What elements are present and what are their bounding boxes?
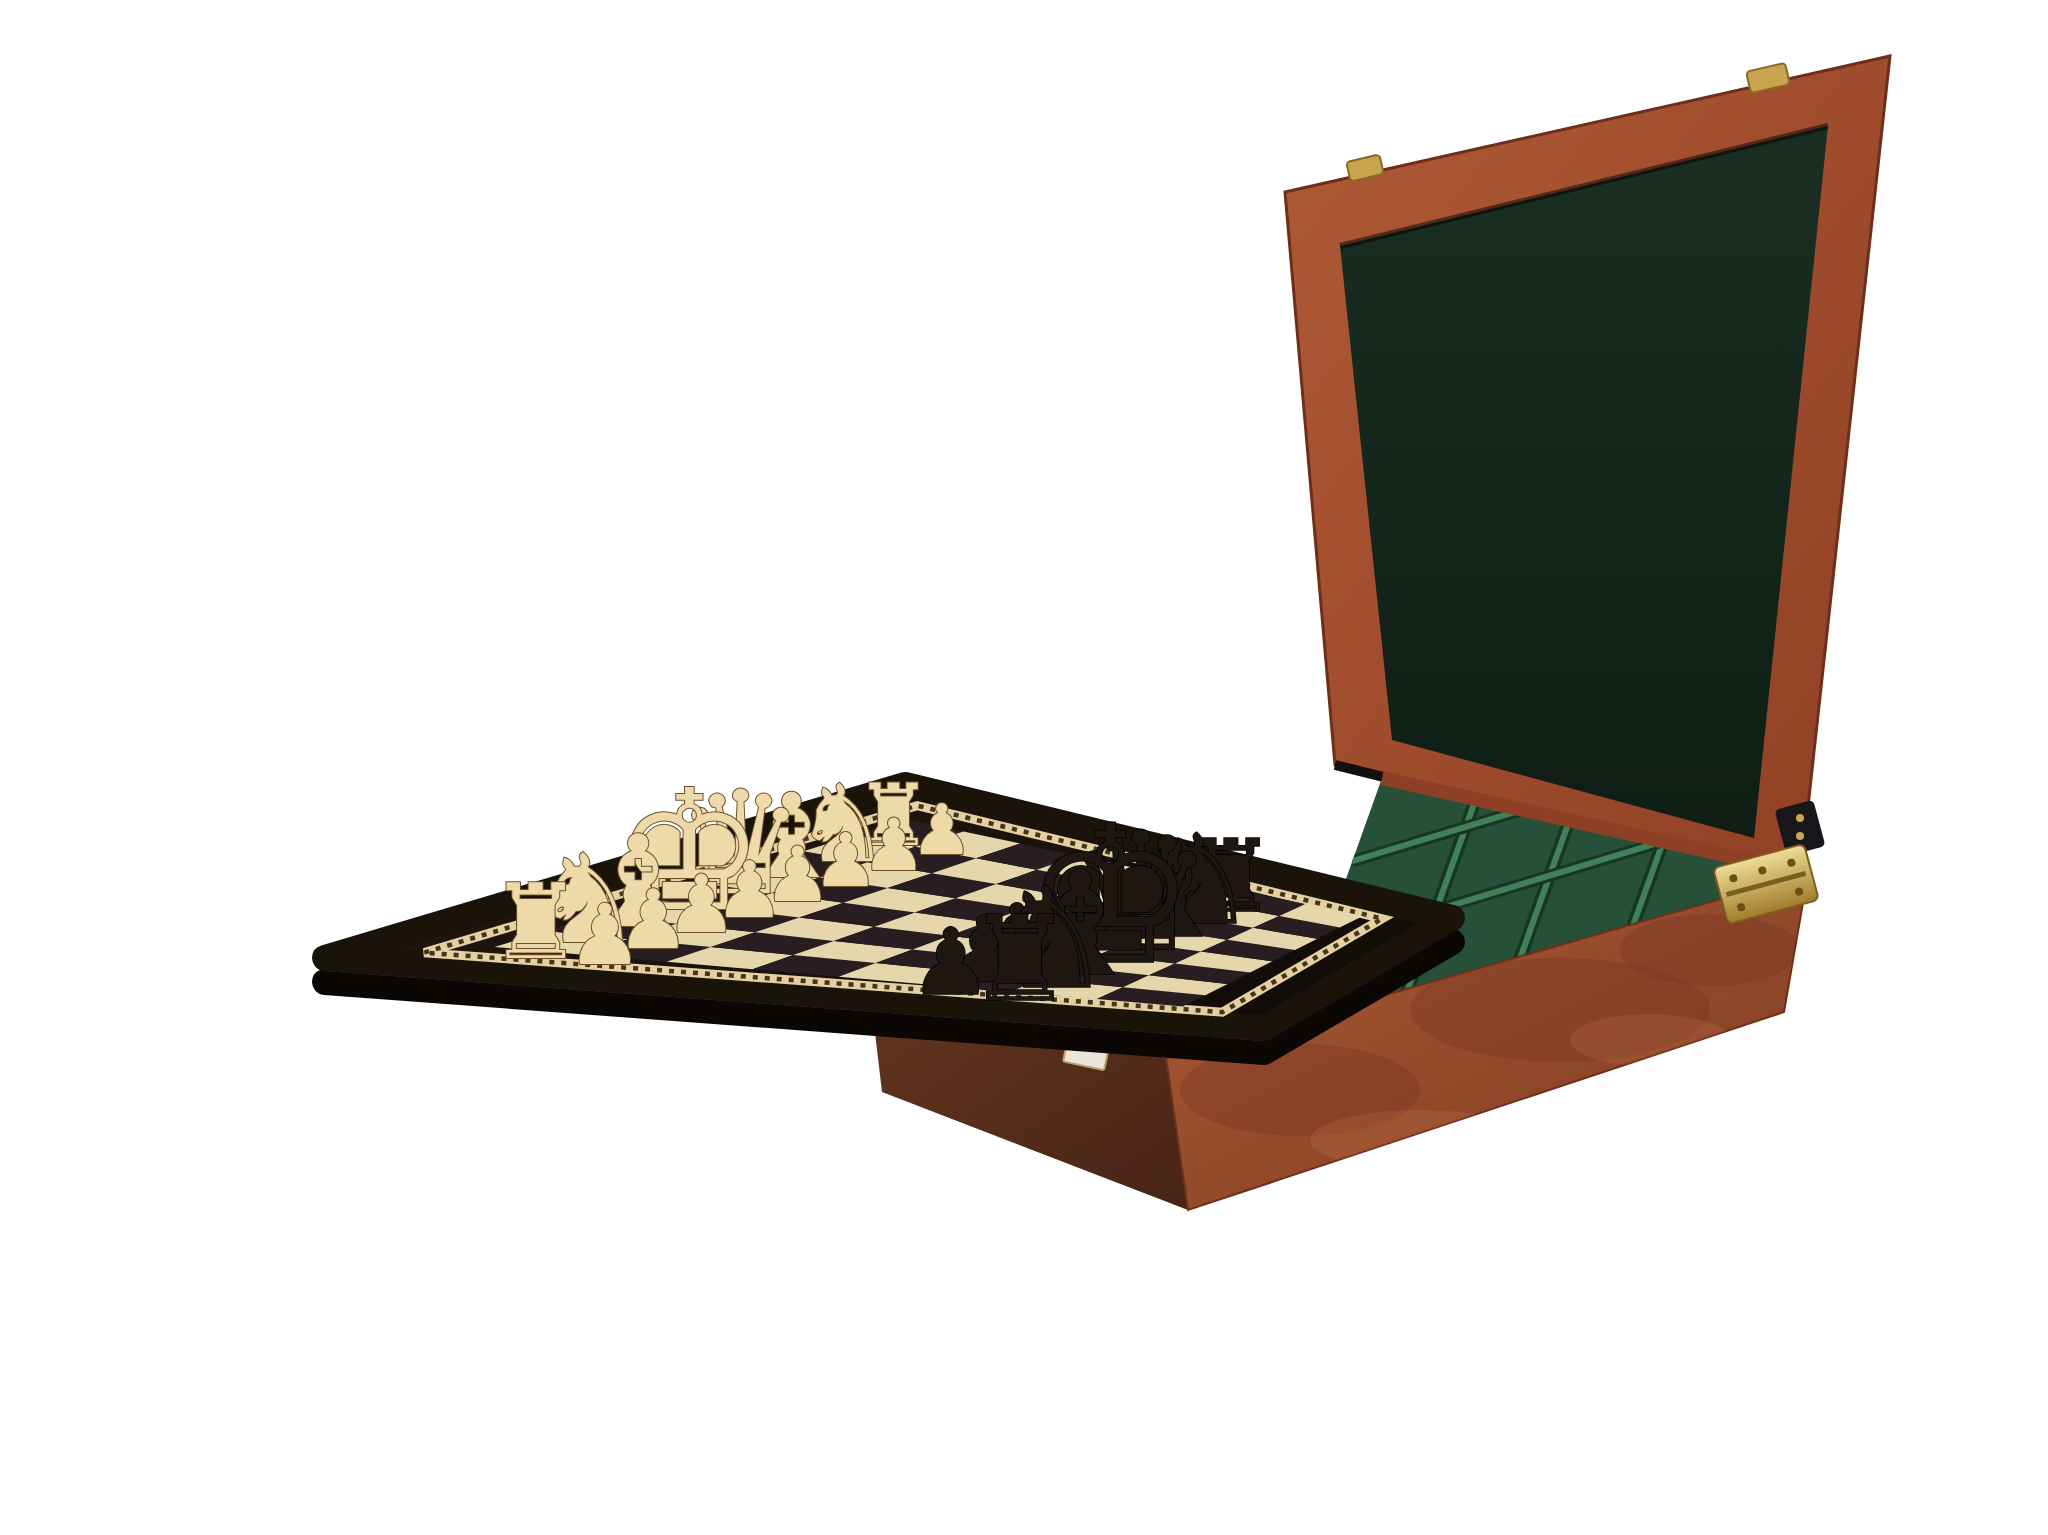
chess-set-illustration: ♜♟♞♟♝♟♛♟♚♟♟♝♜♟♟♞♞♟♟♜♝♟♟♛♟♚♟♝♟♞♟♜: [0, 0, 2048, 1535]
case-lid: [1285, 56, 1890, 880]
white-pawn-h2: ♟: [567, 886, 642, 984]
lid-felt-panel: [1340, 126, 1828, 838]
product-photo-scene: ♜♟♞♟♝♟♛♟♚♟♟♝♜♟♟♞♞♟♟♜♝♟♟♛♟♚♟♝♟♞♟♜: [0, 0, 2048, 1535]
black-rook-h8: ♜: [967, 890, 1073, 1028]
